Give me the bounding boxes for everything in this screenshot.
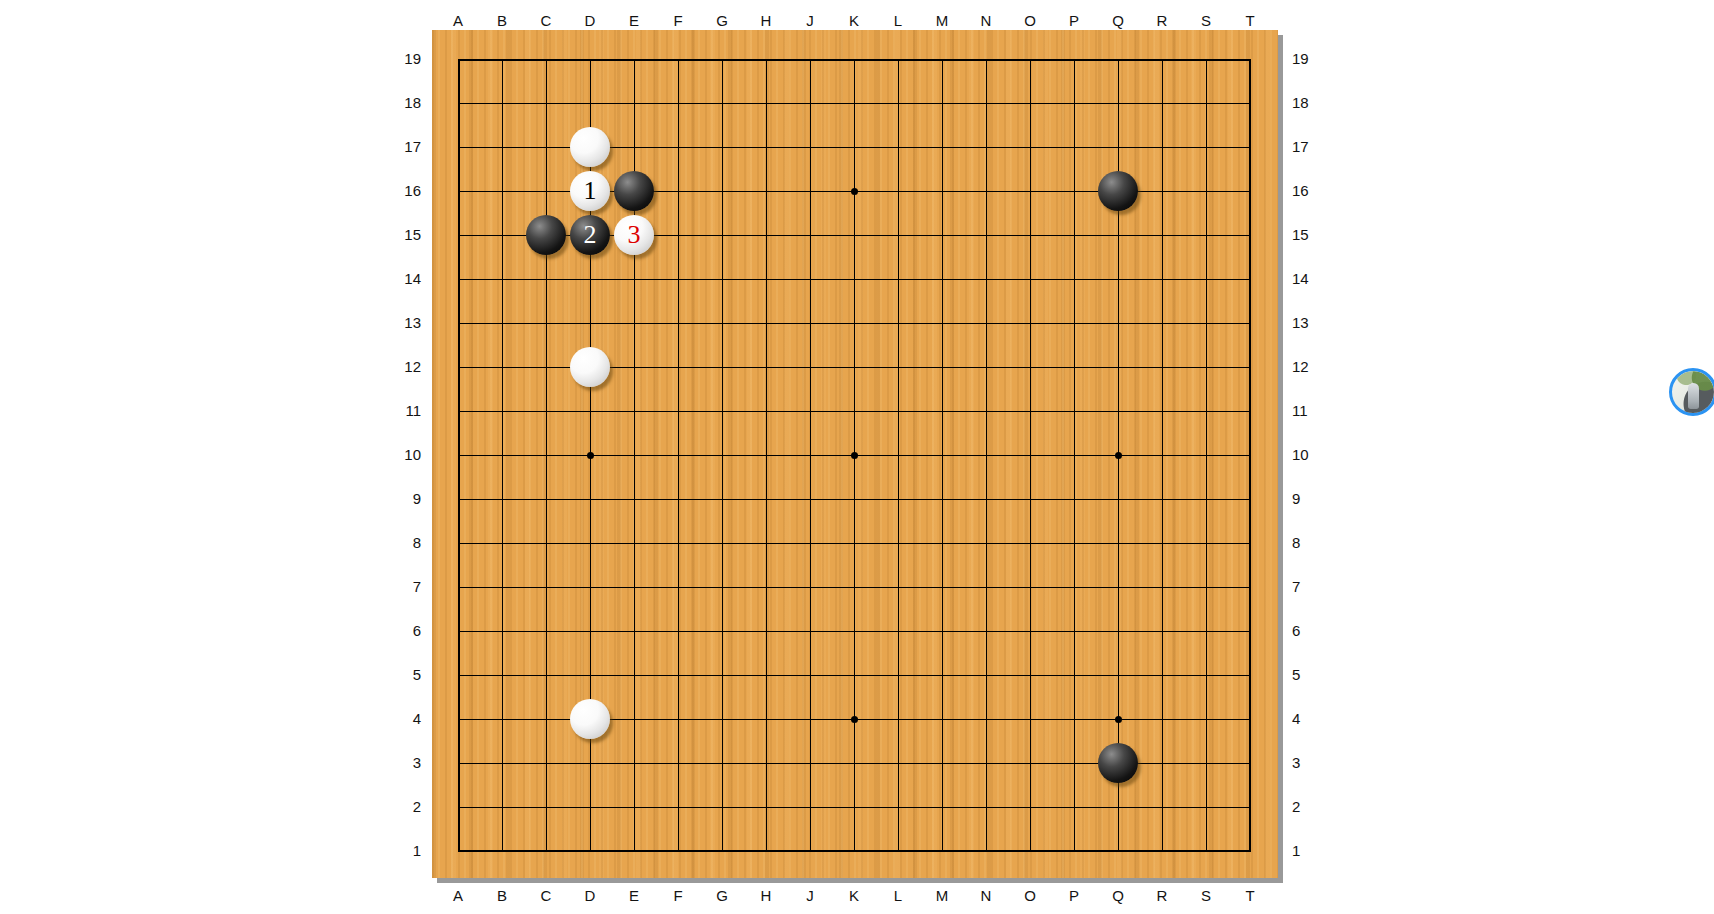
row-label-left-7: 7	[383, 578, 421, 596]
row-label-left-2: 2	[383, 798, 421, 816]
row-label-left-1: 1	[383, 842, 421, 860]
column-label-bottom-k: K	[839, 887, 869, 905]
move-number-2: 2	[570, 215, 610, 255]
row-label-right-2: 2	[1292, 798, 1330, 816]
row-label-right-14: 14	[1292, 270, 1330, 288]
column-label-top-l: L	[883, 12, 913, 30]
star-point-k4	[851, 716, 858, 723]
go-board[interactable]: 123	[432, 30, 1278, 878]
row-label-left-12: 12	[383, 358, 421, 376]
move-number-3: 3	[614, 215, 654, 255]
column-label-top-d: D	[575, 12, 605, 30]
column-label-bottom-d: D	[575, 887, 605, 905]
user-avatar[interactable]	[1669, 368, 1714, 416]
row-label-left-3: 3	[383, 754, 421, 772]
row-label-left-13: 13	[383, 314, 421, 332]
column-label-top-s: S	[1191, 12, 1221, 30]
column-label-top-j: J	[795, 12, 825, 30]
row-label-right-10: 10	[1292, 446, 1330, 464]
stone-black-q16	[1098, 171, 1138, 211]
column-label-bottom-c: C	[531, 887, 561, 905]
star-point-q4	[1115, 716, 1122, 723]
stone-white-d4	[570, 699, 610, 739]
column-label-bottom-a: A	[443, 887, 473, 905]
row-label-right-7: 7	[1292, 578, 1330, 596]
row-label-right-13: 13	[1292, 314, 1330, 332]
column-label-bottom-h: H	[751, 887, 781, 905]
row-label-right-12: 12	[1292, 358, 1330, 376]
row-label-right-4: 4	[1292, 710, 1330, 728]
stone-white-d12	[570, 347, 610, 387]
stone-black-d15: 2	[570, 215, 610, 255]
column-label-bottom-p: P	[1059, 887, 1089, 905]
row-label-right-11: 11	[1292, 402, 1330, 420]
row-label-left-18: 18	[383, 94, 421, 112]
column-label-top-a: A	[443, 12, 473, 30]
stone-white-e15: 3	[614, 215, 654, 255]
column-label-bottom-n: N	[971, 887, 1001, 905]
column-label-top-f: F	[663, 12, 693, 30]
column-label-bottom-f: F	[663, 887, 693, 905]
row-label-right-17: 17	[1292, 138, 1330, 156]
column-label-bottom-m: M	[927, 887, 957, 905]
row-label-left-9: 9	[383, 490, 421, 508]
row-label-right-15: 15	[1292, 226, 1330, 244]
column-label-top-n: N	[971, 12, 1001, 30]
stone-white-d17	[570, 127, 610, 167]
avatar-person-figure	[1688, 383, 1699, 409]
stone-black-q3	[1098, 743, 1138, 783]
column-label-top-h: H	[751, 12, 781, 30]
row-label-left-4: 4	[383, 710, 421, 728]
row-label-left-14: 14	[383, 270, 421, 288]
column-label-top-t: T	[1235, 12, 1265, 30]
column-label-top-p: P	[1059, 12, 1089, 30]
column-label-bottom-q: Q	[1103, 887, 1133, 905]
star-point-q10	[1115, 452, 1122, 459]
row-label-left-6: 6	[383, 622, 421, 640]
row-label-left-19: 19	[383, 50, 421, 68]
column-label-top-e: E	[619, 12, 649, 30]
row-label-right-19: 19	[1292, 50, 1330, 68]
column-label-bottom-b: B	[487, 887, 517, 905]
stone-black-e16	[614, 171, 654, 211]
row-label-left-15: 15	[383, 226, 421, 244]
column-label-top-g: G	[707, 12, 737, 30]
stone-black-c15	[526, 215, 566, 255]
row-label-left-16: 16	[383, 182, 421, 200]
star-point-k10	[851, 452, 858, 459]
column-label-top-m: M	[927, 12, 957, 30]
column-label-bottom-j: J	[795, 887, 825, 905]
column-label-bottom-t: T	[1235, 887, 1265, 905]
column-label-bottom-e: E	[619, 887, 649, 905]
row-label-left-11: 11	[383, 402, 421, 420]
column-label-bottom-r: R	[1147, 887, 1177, 905]
star-point-d10	[587, 452, 594, 459]
row-label-right-5: 5	[1292, 666, 1330, 684]
column-label-top-o: O	[1015, 12, 1045, 30]
column-label-bottom-g: G	[707, 887, 737, 905]
column-label-top-q: Q	[1103, 12, 1133, 30]
star-point-k16	[851, 188, 858, 195]
row-label-right-16: 16	[1292, 182, 1330, 200]
column-label-top-k: K	[839, 12, 869, 30]
stone-white-d16: 1	[570, 171, 610, 211]
column-label-bottom-l: L	[883, 887, 913, 905]
row-label-right-3: 3	[1292, 754, 1330, 772]
row-label-left-17: 17	[383, 138, 421, 156]
column-label-top-r: R	[1147, 12, 1177, 30]
column-label-top-c: C	[531, 12, 561, 30]
column-label-bottom-o: O	[1015, 887, 1045, 905]
column-label-top-b: B	[487, 12, 517, 30]
row-label-right-18: 18	[1292, 94, 1330, 112]
row-label-right-6: 6	[1292, 622, 1330, 640]
row-label-right-1: 1	[1292, 842, 1330, 860]
row-label-left-10: 10	[383, 446, 421, 464]
row-label-right-9: 9	[1292, 490, 1330, 508]
move-number-1: 1	[570, 171, 610, 211]
row-label-left-8: 8	[383, 534, 421, 552]
row-label-right-8: 8	[1292, 534, 1330, 552]
column-label-bottom-s: S	[1191, 887, 1221, 905]
row-label-left-5: 5	[383, 666, 421, 684]
